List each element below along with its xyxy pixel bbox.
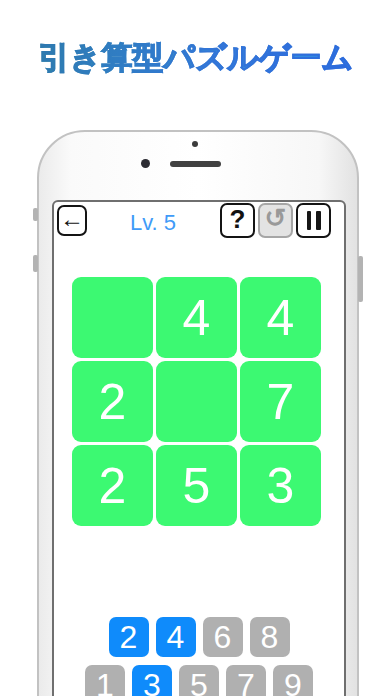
speaker-grill	[170, 161, 221, 167]
keypad-row-even: 2 4 6 8	[54, 617, 344, 657]
key-button[interactable]: 3	[132, 665, 172, 696]
volume-down-button	[33, 255, 38, 272]
board-cell[interactable]: 4	[156, 277, 237, 358]
key-button[interactable]: 6	[203, 617, 243, 657]
help-button[interactable]: ?	[220, 203, 255, 238]
undo-button[interactable]: ↺	[258, 203, 293, 238]
undo-icon: ↺	[265, 203, 287, 234]
app-title: 引き算型パズルゲーム	[0, 41, 392, 75]
board-cell[interactable]: 5	[156, 445, 237, 526]
key-button[interactable]: 7	[226, 665, 266, 696]
volume-up-button	[33, 208, 38, 221]
key-button[interactable]: 9	[273, 665, 313, 696]
pause-icon	[307, 211, 312, 230]
pause-button[interactable]	[296, 203, 331, 238]
level-label: Lv. 5	[108, 210, 198, 236]
key-button[interactable]: 1	[85, 665, 125, 696]
board-cell[interactable]	[156, 361, 237, 442]
key-button[interactable]: 4	[156, 617, 196, 657]
power-button	[358, 256, 363, 302]
phone-frame: ← Lv. 5 ? ↺ 4 4 2 7 2 5 3 2 4 6	[37, 130, 359, 696]
back-button[interactable]: ←	[57, 205, 87, 236]
board-cell[interactable]: 3	[240, 445, 321, 526]
game-screen: ← Lv. 5 ? ↺ 4 4 2 7 2 5 3 2 4 6	[52, 200, 346, 696]
board-cell[interactable]: 2	[72, 361, 153, 442]
back-arrow-icon: ←	[60, 205, 84, 233]
board-cell[interactable]: 4	[240, 277, 321, 358]
front-camera-icon	[141, 159, 150, 168]
puzzle-board: 4 4 2 7 2 5 3	[72, 277, 321, 526]
board-cell[interactable]: 2	[72, 445, 153, 526]
question-icon: ?	[230, 204, 246, 235]
keypad-row-odd: 1 3 5 7 9	[54, 665, 344, 696]
page: { "title": "引き算型パズルゲーム", "game": "subtra…	[0, 0, 392, 696]
sensor-dot-icon	[192, 141, 198, 147]
key-button[interactable]: 5	[179, 665, 219, 696]
board-cell[interactable]	[72, 277, 153, 358]
board-cell[interactable]: 7	[240, 361, 321, 442]
pause-icon	[316, 211, 321, 230]
key-button[interactable]: 2	[109, 617, 149, 657]
key-button[interactable]: 8	[250, 617, 290, 657]
